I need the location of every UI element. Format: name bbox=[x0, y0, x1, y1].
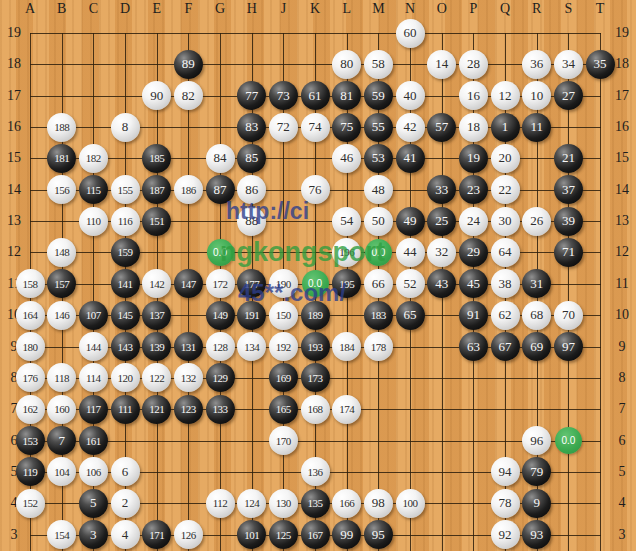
row-label-left-13: 13 bbox=[2, 213, 26, 229]
stone-P18[interactable]: 28 bbox=[459, 50, 488, 79]
stone-B7[interactable]: 160 bbox=[47, 395, 76, 424]
column-label-C: C bbox=[83, 1, 103, 17]
grid-line-horizontal bbox=[30, 64, 601, 65]
stone-B12[interactable]: 148 bbox=[47, 238, 76, 267]
stone-A11[interactable]: 158 bbox=[16, 269, 45, 298]
row-label-right-7: 7 bbox=[610, 401, 634, 417]
stone-O12[interactable]: 32 bbox=[427, 238, 456, 267]
stone-M17[interactable]: 59 bbox=[364, 81, 393, 110]
stone-C7[interactable]: 117 bbox=[79, 395, 108, 424]
row-label-right-9: 9 bbox=[610, 339, 634, 355]
stone-G9[interactable]: 128 bbox=[206, 332, 235, 361]
stone-F3[interactable]: 126 bbox=[174, 520, 203, 549]
stone-C15[interactable]: 182 bbox=[79, 144, 108, 173]
stone-K8[interactable]: 173 bbox=[301, 363, 330, 392]
stone-F8[interactable]: 132 bbox=[174, 363, 203, 392]
stone-M3[interactable]: 95 bbox=[364, 520, 393, 549]
stone-D8[interactable]: 120 bbox=[111, 363, 140, 392]
stone-Q12[interactable]: 64 bbox=[491, 238, 520, 267]
grid-line-vertical bbox=[568, 33, 569, 551]
row-label-left-14: 14 bbox=[2, 182, 26, 198]
stone-J8[interactable]: 169 bbox=[269, 363, 298, 392]
column-label-Q: Q bbox=[495, 1, 515, 17]
stone-R10[interactable]: 68 bbox=[522, 301, 551, 330]
stone-L4[interactable]: 166 bbox=[332, 489, 361, 518]
stone-M18[interactable]: 58 bbox=[364, 50, 393, 79]
grid-line-vertical bbox=[600, 33, 601, 551]
stone-C4[interactable]: 5 bbox=[79, 489, 108, 518]
column-label-K: K bbox=[305, 1, 325, 17]
column-label-A: A bbox=[20, 1, 40, 17]
stone-A4[interactable]: 152 bbox=[16, 489, 45, 518]
stone-M14[interactable]: 48 bbox=[364, 175, 393, 204]
stone-J7[interactable]: 165 bbox=[269, 395, 298, 424]
stone-Q16[interactable]: 1 bbox=[491, 113, 520, 142]
stone-M4[interactable]: 98 bbox=[364, 489, 393, 518]
score-marker-K11[interactable]: 0.0 bbox=[302, 270, 329, 297]
stone-B14[interactable]: 156 bbox=[47, 175, 76, 204]
column-label-R: R bbox=[527, 1, 547, 17]
stone-E13[interactable]: 151 bbox=[142, 207, 171, 236]
column-label-O: O bbox=[432, 1, 452, 17]
stone-K16[interactable]: 74 bbox=[301, 113, 330, 142]
stone-Q13[interactable]: 30 bbox=[491, 207, 520, 236]
row-label-right-8: 8 bbox=[610, 370, 634, 386]
stone-E17[interactable]: 90 bbox=[142, 81, 171, 110]
stone-R4[interactable]: 9 bbox=[522, 489, 551, 518]
stone-O16[interactable]: 57 bbox=[427, 113, 456, 142]
stone-N10[interactable]: 65 bbox=[396, 301, 425, 330]
stone-F11[interactable]: 147 bbox=[174, 269, 203, 298]
stone-H13[interactable]: 88 bbox=[237, 207, 266, 236]
stone-B3[interactable]: 154 bbox=[47, 520, 76, 549]
stone-E8[interactable]: 122 bbox=[142, 363, 171, 392]
stone-B15[interactable]: 181 bbox=[47, 144, 76, 173]
stone-D7[interactable]: 111 bbox=[111, 395, 140, 424]
score-marker-M12[interactable]: 0.0 bbox=[365, 239, 392, 266]
stone-G10[interactable]: 149 bbox=[206, 301, 235, 330]
stone-N12[interactable]: 44 bbox=[396, 238, 425, 267]
stone-D5[interactable]: 6 bbox=[111, 457, 140, 486]
stone-D11[interactable]: 141 bbox=[111, 269, 140, 298]
stone-D3[interactable]: 4 bbox=[111, 520, 140, 549]
stone-M13[interactable]: 50 bbox=[364, 207, 393, 236]
stone-A8[interactable]: 176 bbox=[16, 363, 45, 392]
stone-F18[interactable]: 89 bbox=[174, 50, 203, 79]
row-label-left-18: 18 bbox=[2, 56, 26, 72]
column-label-E: E bbox=[147, 1, 167, 17]
row-label-right-17: 17 bbox=[610, 88, 634, 104]
stone-C13[interactable]: 110 bbox=[79, 207, 108, 236]
row-label-left-12: 12 bbox=[2, 244, 26, 260]
column-label-B: B bbox=[52, 1, 72, 17]
stone-D13[interactable]: 116 bbox=[111, 207, 140, 236]
stone-J11[interactable]: 190 bbox=[269, 269, 298, 298]
stone-R6[interactable]: 96 bbox=[522, 426, 551, 455]
stone-B11[interactable]: 157 bbox=[47, 269, 76, 298]
stone-T18[interactable]: 35 bbox=[586, 50, 615, 79]
stone-S15[interactable]: 21 bbox=[554, 144, 583, 173]
stone-L12[interactable]: 196 bbox=[332, 238, 361, 267]
stone-D14[interactable]: 155 bbox=[111, 175, 140, 204]
stone-J16[interactable]: 72 bbox=[269, 113, 298, 142]
stone-F14[interactable]: 186 bbox=[174, 175, 203, 204]
stone-S14[interactable]: 37 bbox=[554, 175, 583, 204]
stone-E7[interactable]: 121 bbox=[142, 395, 171, 424]
stone-K5[interactable]: 136 bbox=[301, 457, 330, 486]
stone-S12[interactable]: 71 bbox=[554, 238, 583, 267]
stone-P13[interactable]: 24 bbox=[459, 207, 488, 236]
stone-B6[interactable]: 7 bbox=[47, 426, 76, 455]
stone-M11[interactable]: 66 bbox=[364, 269, 393, 298]
stone-P16[interactable]: 18 bbox=[459, 113, 488, 142]
stone-J9[interactable]: 192 bbox=[269, 332, 298, 361]
row-label-right-11: 11 bbox=[610, 276, 634, 292]
stone-H16[interactable]: 83 bbox=[237, 113, 266, 142]
row-label-right-4: 4 bbox=[610, 495, 634, 511]
row-label-right-6: 6 bbox=[610, 433, 634, 449]
stone-L15[interactable]: 46 bbox=[332, 144, 361, 173]
stone-P17[interactable]: 16 bbox=[459, 81, 488, 110]
stone-C6[interactable]: 161 bbox=[79, 426, 108, 455]
column-label-N: N bbox=[400, 1, 420, 17]
row-label-right-3: 3 bbox=[610, 527, 634, 543]
stone-G11[interactable]: 172 bbox=[206, 269, 235, 298]
row-label-left-17: 17 bbox=[2, 88, 26, 104]
stone-O14[interactable]: 33 bbox=[427, 175, 456, 204]
stone-G8[interactable]: 129 bbox=[206, 363, 235, 392]
stone-K4[interactable]: 135 bbox=[301, 489, 330, 518]
stone-K17[interactable]: 61 bbox=[301, 81, 330, 110]
stone-P9[interactable]: 63 bbox=[459, 332, 488, 361]
grid-line-horizontal bbox=[30, 441, 601, 442]
stone-L3[interactable]: 99 bbox=[332, 520, 361, 549]
stone-H4[interactable]: 124 bbox=[237, 489, 266, 518]
stone-F7[interactable]: 123 bbox=[174, 395, 203, 424]
column-label-L: L bbox=[337, 1, 357, 17]
stone-M9[interactable]: 178 bbox=[364, 332, 393, 361]
row-label-left-3: 3 bbox=[2, 527, 26, 543]
grid-line-horizontal bbox=[30, 33, 601, 34]
score-marker-G12[interactable]: 0.0 bbox=[207, 239, 234, 266]
stone-R11[interactable]: 31 bbox=[522, 269, 551, 298]
stone-G14[interactable]: 87 bbox=[206, 175, 235, 204]
stone-C5[interactable]: 106 bbox=[79, 457, 108, 486]
stone-C8[interactable]: 114 bbox=[79, 363, 108, 392]
stone-L7[interactable]: 174 bbox=[332, 395, 361, 424]
stone-N17[interactable]: 40 bbox=[396, 81, 425, 110]
stone-L9[interactable]: 184 bbox=[332, 332, 361, 361]
stone-M15[interactable]: 53 bbox=[364, 144, 393, 173]
score-marker-S6[interactable]: 0.0 bbox=[555, 427, 582, 454]
stone-B5[interactable]: 104 bbox=[47, 457, 76, 486]
stone-Q17[interactable]: 12 bbox=[491, 81, 520, 110]
stone-N19[interactable]: 60 bbox=[396, 19, 425, 48]
stone-P15[interactable]: 19 bbox=[459, 144, 488, 173]
stone-A9[interactable]: 180 bbox=[16, 332, 45, 361]
stone-P14[interactable]: 23 bbox=[459, 175, 488, 204]
row-label-right-14: 14 bbox=[610, 182, 634, 198]
stone-H17[interactable]: 77 bbox=[237, 81, 266, 110]
row-label-left-19: 19 bbox=[2, 25, 26, 41]
column-label-F: F bbox=[178, 1, 198, 17]
stone-Q3[interactable]: 92 bbox=[491, 520, 520, 549]
stone-R9[interactable]: 69 bbox=[522, 332, 551, 361]
stone-A10[interactable]: 164 bbox=[16, 301, 45, 330]
stone-C14[interactable]: 115 bbox=[79, 175, 108, 204]
column-label-S: S bbox=[558, 1, 578, 17]
row-label-right-15: 15 bbox=[610, 150, 634, 166]
stone-B10[interactable]: 146 bbox=[47, 301, 76, 330]
column-label-J: J bbox=[273, 1, 293, 17]
stone-E3[interactable]: 171 bbox=[142, 520, 171, 549]
stone-A5[interactable]: 119 bbox=[16, 457, 45, 486]
stone-E9[interactable]: 139 bbox=[142, 332, 171, 361]
row-label-right-13: 13 bbox=[610, 213, 634, 229]
stone-K7[interactable]: 168 bbox=[301, 395, 330, 424]
stone-H3[interactable]: 101 bbox=[237, 520, 266, 549]
stone-J4[interactable]: 130 bbox=[269, 489, 298, 518]
stone-H10[interactable]: 191 bbox=[237, 301, 266, 330]
stone-R17[interactable]: 10 bbox=[522, 81, 551, 110]
row-label-right-12: 12 bbox=[610, 244, 634, 260]
row-label-right-19: 19 bbox=[610, 25, 634, 41]
stone-G15[interactable]: 84 bbox=[206, 144, 235, 173]
stone-O11[interactable]: 43 bbox=[427, 269, 456, 298]
stone-Q10[interactable]: 62 bbox=[491, 301, 520, 330]
stone-R16[interactable]: 11 bbox=[522, 113, 551, 142]
stone-D4[interactable]: 2 bbox=[111, 489, 140, 518]
stone-K14[interactable]: 76 bbox=[301, 175, 330, 204]
stone-P12[interactable]: 29 bbox=[459, 238, 488, 267]
stone-S18[interactable]: 34 bbox=[554, 50, 583, 79]
column-label-P: P bbox=[463, 1, 483, 17]
stone-K3[interactable]: 167 bbox=[301, 520, 330, 549]
stone-K9[interactable]: 193 bbox=[301, 332, 330, 361]
stone-S13[interactable]: 39 bbox=[554, 207, 583, 236]
stone-D10[interactable]: 145 bbox=[111, 301, 140, 330]
stone-N16[interactable]: 42 bbox=[396, 113, 425, 142]
stone-Q5[interactable]: 94 bbox=[491, 457, 520, 486]
column-label-H: H bbox=[242, 1, 262, 17]
stone-L17[interactable]: 81 bbox=[332, 81, 361, 110]
stone-E10[interactable]: 137 bbox=[142, 301, 171, 330]
stone-G4[interactable]: 112 bbox=[206, 489, 235, 518]
stone-D9[interactable]: 143 bbox=[111, 332, 140, 361]
stone-H14[interactable]: 86 bbox=[237, 175, 266, 204]
stone-E14[interactable]: 187 bbox=[142, 175, 171, 204]
row-label-left-15: 15 bbox=[2, 150, 26, 166]
stone-S9[interactable]: 97 bbox=[554, 332, 583, 361]
stone-O13[interactable]: 25 bbox=[427, 207, 456, 236]
stone-F17[interactable]: 82 bbox=[174, 81, 203, 110]
stone-M10[interactable]: 183 bbox=[364, 301, 393, 330]
stone-Q15[interactable]: 20 bbox=[491, 144, 520, 173]
stone-R13[interactable]: 26 bbox=[522, 207, 551, 236]
stone-R18[interactable]: 36 bbox=[522, 50, 551, 79]
stone-E11[interactable]: 142 bbox=[142, 269, 171, 298]
stone-L18[interactable]: 80 bbox=[332, 50, 361, 79]
stone-C3[interactable]: 3 bbox=[79, 520, 108, 549]
stone-Q4[interactable]: 78 bbox=[491, 489, 520, 518]
stone-Q11[interactable]: 38 bbox=[491, 269, 520, 298]
stone-P11[interactable]: 45 bbox=[459, 269, 488, 298]
row-label-right-10: 10 bbox=[610, 307, 634, 323]
stone-J10[interactable]: 150 bbox=[269, 301, 298, 330]
stone-P10[interactable]: 91 bbox=[459, 301, 488, 330]
stone-B8[interactable]: 118 bbox=[47, 363, 76, 392]
stone-O18[interactable]: 14 bbox=[427, 50, 456, 79]
row-label-right-5: 5 bbox=[610, 464, 634, 480]
stone-A7[interactable]: 162 bbox=[16, 395, 45, 424]
stone-H15[interactable]: 85 bbox=[237, 144, 266, 173]
column-label-T: T bbox=[590, 1, 610, 17]
stone-F9[interactable]: 131 bbox=[174, 332, 203, 361]
stone-L16[interactable]: 75 bbox=[332, 113, 361, 142]
stone-H11[interactable]: 177 bbox=[237, 269, 266, 298]
stone-Q9[interactable]: 67 bbox=[491, 332, 520, 361]
stone-N13[interactable]: 49 bbox=[396, 207, 425, 236]
stone-J3[interactable]: 125 bbox=[269, 520, 298, 549]
stone-R3[interactable]: 93 bbox=[522, 520, 551, 549]
stone-L13[interactable]: 54 bbox=[332, 207, 361, 236]
stone-N15[interactable]: 41 bbox=[396, 144, 425, 173]
stone-C10[interactable]: 107 bbox=[79, 301, 108, 330]
row-label-left-16: 16 bbox=[2, 119, 26, 135]
column-label-G: G bbox=[210, 1, 230, 17]
stone-M16[interactable]: 55 bbox=[364, 113, 393, 142]
stone-N11[interactable]: 52 bbox=[396, 269, 425, 298]
column-label-D: D bbox=[115, 1, 135, 17]
stone-J6[interactable]: 170 bbox=[269, 426, 298, 455]
stone-S17[interactable]: 27 bbox=[554, 81, 583, 110]
go-board[interactable]: ABCDEFGHJKLMNOPQRST191918181717161615151… bbox=[0, 0, 636, 551]
stone-Q14[interactable]: 22 bbox=[491, 175, 520, 204]
stone-H9[interactable]: 134 bbox=[237, 332, 266, 361]
stone-E15[interactable]: 185 bbox=[142, 144, 171, 173]
stone-G7[interactable]: 133 bbox=[206, 395, 235, 424]
stone-A6[interactable]: 153 bbox=[16, 426, 45, 455]
stone-N4[interactable]: 100 bbox=[396, 489, 425, 518]
stone-R5[interactable]: 79 bbox=[522, 457, 551, 486]
row-label-right-16: 16 bbox=[610, 119, 634, 135]
stone-J17[interactable]: 73 bbox=[269, 81, 298, 110]
stone-B16[interactable]: 188 bbox=[47, 113, 76, 142]
stone-D12[interactable]: 159 bbox=[111, 238, 140, 267]
stone-S10[interactable]: 70 bbox=[554, 301, 583, 330]
stone-D16[interactable]: 8 bbox=[111, 113, 140, 142]
stone-K10[interactable]: 189 bbox=[301, 301, 330, 330]
stone-L11[interactable]: 195 bbox=[332, 269, 361, 298]
stone-C9[interactable]: 144 bbox=[79, 332, 108, 361]
column-label-M: M bbox=[368, 1, 388, 17]
